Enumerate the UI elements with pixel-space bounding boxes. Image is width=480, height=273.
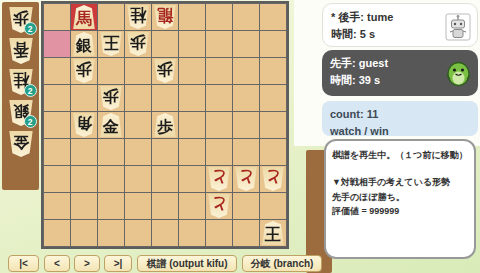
sente-name: guest xyxy=(359,57,388,69)
board-cell-r4c7[interactable] xyxy=(206,85,232,111)
shogi-piece-kin-gote-hand: 金 xyxy=(8,131,34,157)
eval-score-text: 評価値 = 999999 xyxy=(332,204,468,218)
board-cell-r7c7[interactable]: と xyxy=(206,166,232,192)
message-gap xyxy=(332,162,468,175)
branch-button[interactable]: 分岐 (branch) xyxy=(242,255,322,272)
go-previous-button[interactable]: < xyxy=(44,255,70,272)
board-cell-r5c6[interactable] xyxy=(179,112,205,138)
gote-label: 後手: xyxy=(338,11,367,23)
board-cell-r4c4[interactable] xyxy=(125,85,151,111)
board-cell-r3c6[interactable] xyxy=(179,58,205,84)
board-cell-r9c9[interactable]: 王 xyxy=(260,220,286,246)
go-first-button[interactable]: |< xyxy=(8,255,39,272)
board-cell-r4c8[interactable] xyxy=(233,85,259,111)
board-cell-r3c7[interactable] xyxy=(206,58,232,84)
board-cell-r3c1[interactable] xyxy=(44,58,70,84)
board-cell-r3c8[interactable] xyxy=(233,58,259,84)
shogi-piece-fu-gote[interactable]: 歩 xyxy=(72,59,96,83)
green-creature-avatar-icon xyxy=(445,59,472,92)
output-kifu-button[interactable]: 棋譜 (output kifu) xyxy=(137,255,237,272)
board-cell-r5c9[interactable] xyxy=(260,112,286,138)
board-cell-r3c2[interactable]: 歩 xyxy=(71,58,97,84)
shogi-piece-fu-sente[interactable]: 歩 xyxy=(153,113,177,137)
shogi-piece-kin-sente[interactable]: 金 xyxy=(99,113,123,137)
board-cell-r6c9[interactable] xyxy=(260,139,286,165)
shogi-piece-fu-gote[interactable]: 歩 xyxy=(153,59,177,83)
go-last-button[interactable]: >| xyxy=(104,255,132,272)
shogi-piece-ryu-gote[interactable]: 龍 xyxy=(153,5,177,29)
board-cell-r5c7[interactable] xyxy=(206,112,232,138)
board-cell-r8c5[interactable] xyxy=(152,193,178,219)
board-cell-r1c7[interactable] xyxy=(206,4,232,30)
shogi-piece-to-gote[interactable]: と xyxy=(234,167,258,191)
gote-player-panel: * 後手: tume 時間: 5 s xyxy=(322,3,478,47)
board-cell-r8c1[interactable] xyxy=(44,193,70,219)
board-cell-r6c5[interactable] xyxy=(152,139,178,165)
board-cell-r3c4[interactable] xyxy=(125,58,151,84)
board-cell-r7c4[interactable] xyxy=(125,166,151,192)
board-cell-r8c8[interactable] xyxy=(233,193,259,219)
robot-avatar-icon xyxy=(445,13,471,45)
eval-verdict-text: 先手のほぼ勝ち。 xyxy=(332,190,468,204)
hand-count-badge: 2 xyxy=(24,84,37,97)
board-cell-r4c5[interactable] xyxy=(152,85,178,111)
message-box: 棋譜を再生中。（１つ前に移動） ▼対戦相手の考えている形勢 先手のほぼ勝ち。 評… xyxy=(324,139,476,259)
board-cell-r1c9[interactable] xyxy=(260,4,286,30)
board-cell-r8c3[interactable] xyxy=(98,193,124,219)
replay-status-text: 棋譜を再生中。（１つ前に移動） xyxy=(332,148,468,162)
board-cell-r7c2[interactable] xyxy=(71,166,97,192)
board-cell-r8c6[interactable] xyxy=(179,193,205,219)
gote-hand-fu[interactable]: 歩2 xyxy=(8,7,34,33)
gote-hand-gin[interactable]: 銀2 xyxy=(8,100,34,126)
gote-marker: * xyxy=(331,11,335,23)
board-cell-r9c5[interactable] xyxy=(152,220,178,246)
board-cell-r7c5[interactable] xyxy=(152,166,178,192)
hand-count-badge: 2 xyxy=(24,22,37,35)
opponent-eval-header: ▼対戦相手の考えている形勢 xyxy=(332,175,468,189)
board-cell-r6c8[interactable] xyxy=(233,139,259,165)
board-cell-r5c1[interactable] xyxy=(44,112,70,138)
board-cell-r6c2[interactable] xyxy=(71,139,97,165)
board-cell-r2c7[interactable] xyxy=(206,31,232,57)
board-cell-r2c9[interactable] xyxy=(260,31,286,57)
board-cell-r5c2[interactable]: 角 xyxy=(71,112,97,138)
board-cell-r5c4[interactable] xyxy=(125,112,151,138)
board-cell-r9c8[interactable] xyxy=(233,220,259,246)
board-cell-r8c9[interactable] xyxy=(260,193,286,219)
board-cell-r4c1[interactable] xyxy=(44,85,70,111)
board-cell-r7c9[interactable]: と xyxy=(260,166,286,192)
board-cell-r4c3[interactable]: 歩 xyxy=(98,85,124,111)
board-cell-r1c8[interactable] xyxy=(233,4,259,30)
board-cell-r2c5[interactable] xyxy=(152,31,178,57)
count-panel: count: 11 watch / win xyxy=(322,101,478,136)
board-cell-r1c4[interactable]: 桂 xyxy=(125,4,151,30)
gote-komadai-tray: 歩2香桂2銀2金 xyxy=(2,2,39,190)
board-cell-r2c4[interactable]: 歩 xyxy=(125,31,151,57)
gote-hand-kei[interactable]: 桂2 xyxy=(8,69,34,95)
shogi-piece-kaku-gote[interactable]: 角 xyxy=(72,113,96,137)
shogi-piece-kyo-gote-hand: 香 xyxy=(8,38,34,64)
board-cell-r2c6[interactable] xyxy=(179,31,205,57)
board-cell-r6c4[interactable] xyxy=(125,139,151,165)
board-cell-r2c8[interactable] xyxy=(233,31,259,57)
board-cell-r6c3[interactable] xyxy=(98,139,124,165)
board-cell-r7c1[interactable] xyxy=(44,166,70,192)
shogi-piece-uma-sente[interactable]: 馬 xyxy=(72,5,96,29)
board-cell-r9c3[interactable] xyxy=(98,220,124,246)
shogi-piece-to-gote[interactable]: と xyxy=(207,194,231,218)
board-cell-r1c5[interactable]: 龍 xyxy=(152,4,178,30)
watch-win-links[interactable]: watch / win xyxy=(330,123,470,140)
sente-player-panel: 先手: guest 時間: 39 s xyxy=(322,50,478,96)
board-cell-r4c2[interactable] xyxy=(71,85,97,111)
go-next-button[interactable]: > xyxy=(74,255,100,272)
board-cell-r9c6[interactable] xyxy=(179,220,205,246)
board-cell-r3c3[interactable] xyxy=(98,58,124,84)
shogi-piece-to-gote[interactable]: と xyxy=(261,167,285,191)
gote-name: tume xyxy=(367,11,393,23)
shogi-piece-to-gote[interactable]: と xyxy=(207,167,231,191)
shogi-board: 馬桂龍銀王歩歩歩歩角金歩とととと王 xyxy=(41,1,289,249)
board-cell-r9c4[interactable] xyxy=(125,220,151,246)
board-cell-r7c8[interactable]: と xyxy=(233,166,259,192)
sente-label: 先手: xyxy=(330,57,359,69)
board-cell-r9c7[interactable] xyxy=(206,220,232,246)
board-cell-r4c9[interactable] xyxy=(260,85,286,111)
board-cell-r1c2[interactable]: 馬 xyxy=(71,4,97,30)
board-cell-r3c5[interactable]: 歩 xyxy=(152,58,178,84)
board-cell-r1c1[interactable] xyxy=(44,4,70,30)
board-cell-r6c1[interactable] xyxy=(44,139,70,165)
count-text: count: 11 xyxy=(330,106,470,123)
board-cell-r9c2[interactable] xyxy=(71,220,97,246)
board-cell-r9c1[interactable] xyxy=(44,220,70,246)
shogi-piece-ou-gote[interactable]: 王 xyxy=(99,32,123,56)
board-cell-r8c2[interactable] xyxy=(71,193,97,219)
shogi-piece-kei-gote[interactable]: 桂 xyxy=(126,5,150,29)
board-cell-r2c3[interactable]: 王 xyxy=(98,31,124,57)
hand-count-badge: 2 xyxy=(24,115,37,128)
board-cell-r2c2[interactable]: 銀 xyxy=(71,31,97,57)
board-cell-r8c4[interactable] xyxy=(125,193,151,219)
shogi-piece-gin-sente[interactable]: 銀 xyxy=(72,32,96,56)
gote-hand-kin[interactable]: 金 xyxy=(8,131,34,157)
board-cell-r2c1[interactable] xyxy=(44,31,70,57)
board-cell-r7c3[interactable] xyxy=(98,166,124,192)
board-cell-r6c6[interactable] xyxy=(179,139,205,165)
shogi-piece-ou-sente[interactable]: 王 xyxy=(261,221,285,245)
board-cell-r1c6[interactable] xyxy=(179,4,205,30)
board-cell-r5c8[interactable] xyxy=(233,112,259,138)
shogi-piece-fu-gote[interactable]: 歩 xyxy=(99,86,123,110)
board-cell-r5c3[interactable]: 金 xyxy=(98,112,124,138)
board-cell-r3c9[interactable] xyxy=(260,58,286,84)
shogi-piece-fu-gote[interactable]: 歩 xyxy=(126,32,150,56)
board-cell-r4c6[interactable] xyxy=(179,85,205,111)
gote-hand-kyo[interactable]: 香 xyxy=(8,38,34,64)
board-cell-r5c5[interactable]: 歩 xyxy=(152,112,178,138)
board-cell-r8c7[interactable]: と xyxy=(206,193,232,219)
board-cell-r7c6[interactable] xyxy=(179,166,205,192)
board-cell-r1c3[interactable] xyxy=(98,4,124,30)
board-cell-r6c7[interactable] xyxy=(206,139,232,165)
